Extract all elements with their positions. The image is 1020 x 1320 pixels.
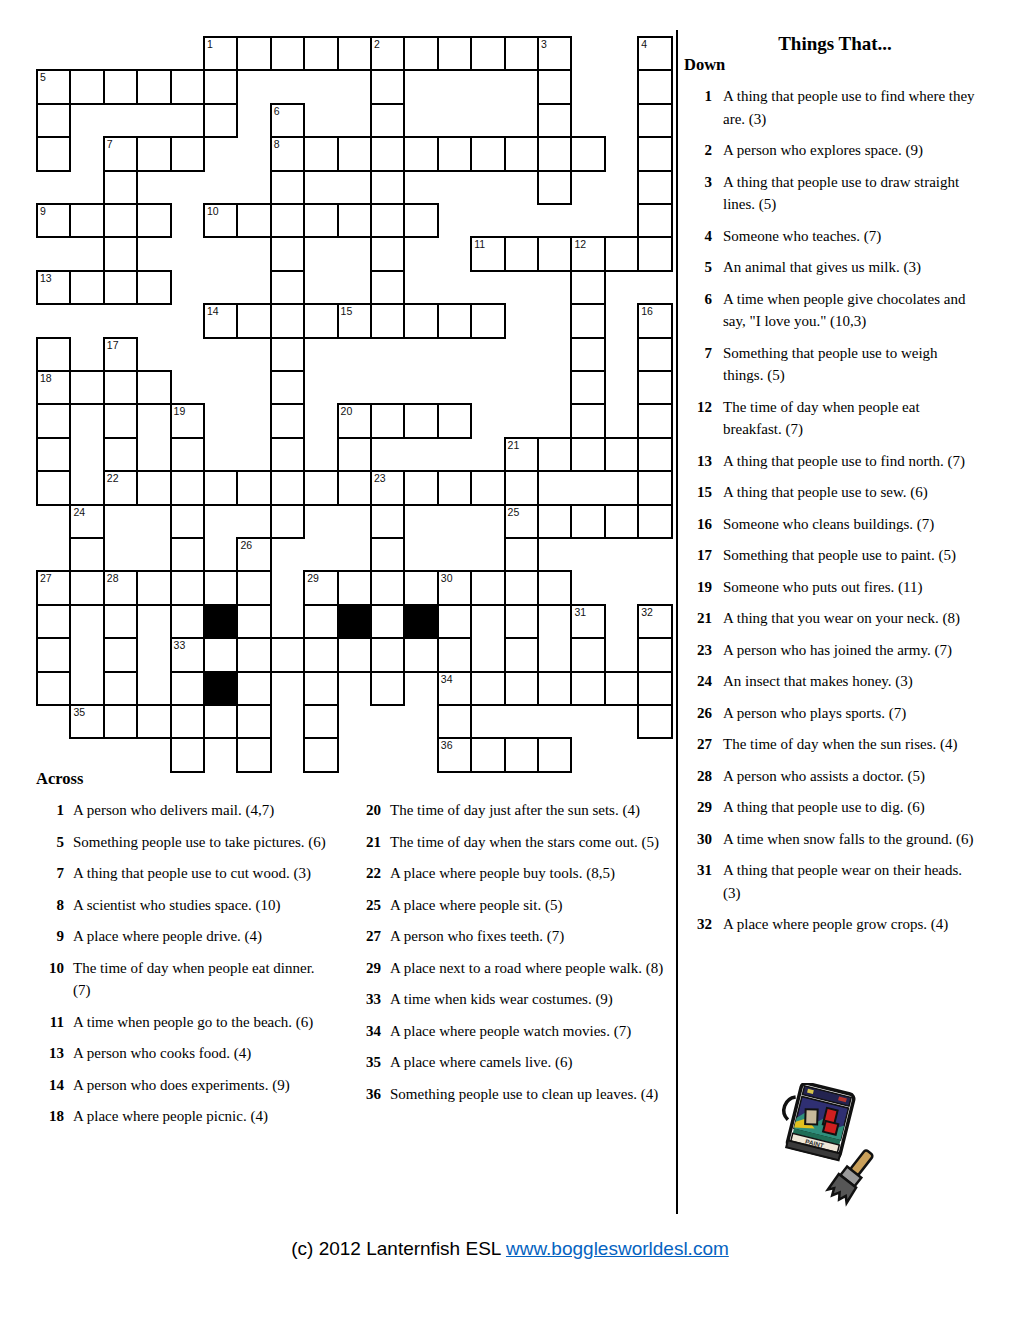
- grid-cell[interactable]: [637, 704, 672, 739]
- grid-cell[interactable]: [370, 504, 405, 539]
- grid-cell[interactable]: [637, 437, 672, 472]
- grid-cell[interactable]: [303, 671, 338, 706]
- cell-number: 33: [174, 639, 186, 651]
- grid-cell[interactable]: [604, 671, 639, 706]
- grid-cell[interactable]: 25: [504, 504, 539, 539]
- grid-cell[interactable]: 16: [637, 303, 672, 338]
- down-clue-item: 17Something that people use to paint. (5…: [680, 544, 990, 567]
- grid-cell[interactable]: [537, 170, 572, 205]
- grid-cell[interactable]: [270, 203, 305, 238]
- grid-cell[interactable]: [270, 270, 305, 305]
- grid-cell[interactable]: [170, 537, 205, 572]
- grid-cell[interactable]: [270, 303, 305, 338]
- grid-cell[interactable]: 8: [270, 136, 305, 171]
- clue-number: 8: [34, 894, 64, 917]
- grid-cell[interactable]: [270, 36, 305, 71]
- grid-cell[interactable]: [604, 504, 639, 539]
- grid-cell[interactable]: 14: [203, 303, 238, 338]
- grid-cell[interactable]: [337, 437, 372, 472]
- cell-number: 25: [508, 506, 520, 518]
- down-clue-item: 15A thing that people use to sew. (6): [680, 481, 990, 504]
- clue-number: 13: [34, 1042, 64, 1065]
- grid-cell[interactable]: [337, 470, 372, 505]
- grid-cell[interactable]: [203, 637, 238, 672]
- grid-cell[interactable]: 35: [69, 704, 104, 739]
- clue-number: 30: [680, 828, 712, 851]
- grid-cell[interactable]: [370, 203, 405, 238]
- grid-cell[interactable]: [36, 403, 71, 438]
- grid-cell[interactable]: [370, 303, 405, 338]
- across-clue-item: 29A place next to a road where people wa…: [353, 957, 675, 980]
- grid-cell[interactable]: [236, 737, 271, 772]
- clue-text: The time of day when the sun rises. (4): [723, 733, 958, 756]
- clue-number: 36: [353, 1083, 381, 1106]
- grid-cell[interactable]: [36, 604, 71, 639]
- down-clue-item: 21A thing that you wear on your neck. (8…: [680, 607, 990, 630]
- grid-cell[interactable]: [236, 637, 271, 672]
- grid-cell[interactable]: [637, 136, 672, 171]
- clue-number: 25: [353, 894, 381, 917]
- grid-cell[interactable]: [570, 337, 605, 372]
- grid-cell[interactable]: [270, 403, 305, 438]
- clue-number: 21: [353, 831, 381, 854]
- clue-text: Something people use to clean up leaves.…: [390, 1083, 658, 1106]
- across-clue-column-1: 1A person who delivers mail. (4,7)5Somet…: [34, 799, 334, 1137]
- grid-cell[interactable]: [403, 570, 438, 605]
- grid-cell[interactable]: [103, 203, 138, 238]
- grid-cell[interactable]: 2: [370, 36, 405, 71]
- clue-text: A thing that people use to find where th…: [723, 85, 981, 130]
- grid-cell[interactable]: [236, 470, 271, 505]
- grid-cell[interactable]: [570, 303, 605, 338]
- grid-cell[interactable]: [637, 337, 672, 372]
- clue-text: Something that people use to weigh thing…: [723, 342, 981, 387]
- grid-cell[interactable]: [170, 570, 205, 605]
- grid-cell[interactable]: [203, 69, 238, 104]
- cell-number: 17: [107, 339, 119, 351]
- clue-number: 10: [34, 957, 64, 1002]
- grid-cell[interactable]: 29: [303, 570, 338, 605]
- grid-cell[interactable]: [170, 437, 205, 472]
- grid-cell[interactable]: [103, 403, 138, 438]
- clue-text: A place where people sit. (5): [390, 894, 562, 917]
- grid-cell[interactable]: 5: [36, 69, 71, 104]
- grid-cell[interactable]: [370, 69, 405, 104]
- clue-text: A time when snow falls to the ground. (6…: [723, 828, 973, 851]
- across-clue-item: 22A place where people buy tools. (8,5): [353, 862, 675, 885]
- grid-cell[interactable]: [136, 370, 171, 405]
- grid-cell[interactable]: 9: [36, 203, 71, 238]
- down-clue-item: 13A thing that people use to find north.…: [680, 450, 990, 473]
- grid-cell[interactable]: [337, 570, 372, 605]
- grid-cell[interactable]: [303, 737, 338, 772]
- grid-cell[interactable]: 34: [437, 671, 472, 706]
- grid-cell[interactable]: [504, 570, 539, 605]
- grid-cell[interactable]: 31: [570, 604, 605, 639]
- clue-number: 7: [34, 862, 64, 885]
- grid-cell[interactable]: [36, 637, 71, 672]
- grid-cell[interactable]: [236, 570, 271, 605]
- grid-cell[interactable]: [470, 737, 505, 772]
- cell-number: 6: [274, 105, 280, 117]
- grid-cell[interactable]: [637, 103, 672, 138]
- grid-cell[interactable]: 33: [170, 637, 205, 672]
- grid-cell[interactable]: [236, 604, 271, 639]
- grid-cell[interactable]: [504, 671, 539, 706]
- cell-number: 4: [641, 38, 647, 50]
- grid-cell[interactable]: [537, 570, 572, 605]
- grid-cell[interactable]: [136, 570, 171, 605]
- cell-number: 34: [441, 673, 453, 685]
- grid-cell[interactable]: [36, 136, 71, 171]
- grid-cell[interactable]: [570, 437, 605, 472]
- grid-cell[interactable]: [69, 203, 104, 238]
- grid-cell[interactable]: 11: [470, 236, 505, 271]
- grid-cell[interactable]: [537, 236, 572, 271]
- down-clue-item: 5An animal that gives us milk. (3): [680, 256, 990, 279]
- grid-cell[interactable]: [303, 604, 338, 639]
- grid-cell[interactable]: [504, 470, 539, 505]
- grid-cell[interactable]: [370, 570, 405, 605]
- clue-text: A thing that people wear on their heads.…: [723, 859, 981, 904]
- grid-cell[interactable]: [236, 704, 271, 739]
- grid-cell[interactable]: [303, 36, 338, 71]
- grid-cell[interactable]: [170, 69, 205, 104]
- clue-text: A person who assists a doctor. (5): [723, 765, 925, 788]
- down-clue-item: 19Someone who puts out fires. (11): [680, 576, 990, 599]
- grid-cell[interactable]: [337, 203, 372, 238]
- grid-cell[interactable]: [403, 403, 438, 438]
- grid-cell[interactable]: [270, 337, 305, 372]
- grid-cell[interactable]: 13: [36, 270, 71, 305]
- grid-cell[interactable]: 12: [570, 236, 605, 271]
- grid-cell[interactable]: [337, 36, 372, 71]
- grid-cell[interactable]: [136, 136, 171, 171]
- down-clue-item: 12The time of day when people eat breakf…: [680, 396, 990, 441]
- grid-cell[interactable]: [103, 236, 138, 271]
- across-clue-item: 14A person who does experiments. (9): [34, 1074, 334, 1097]
- grid-cell[interactable]: [437, 470, 472, 505]
- cell-number: 32: [641, 606, 653, 618]
- grid-cell[interactable]: [270, 370, 305, 405]
- across-clue-item: 18A place where people picnic. (4): [34, 1105, 334, 1128]
- grid-cell[interactable]: [103, 69, 138, 104]
- grid-cell[interactable]: [470, 470, 505, 505]
- grid-cell[interactable]: [370, 270, 405, 305]
- website-link[interactable]: www.bogglesworldesl.com: [506, 1238, 729, 1259]
- down-clue-list: 1A thing that people use to find where t…: [680, 85, 990, 945]
- grid-cell[interactable]: [203, 570, 238, 605]
- grid-cell[interactable]: [403, 303, 438, 338]
- clue-text: Something that people use to paint. (5): [723, 544, 956, 567]
- clue-text: A place where people watch movies. (7): [390, 1020, 631, 1043]
- grid-cell[interactable]: [170, 604, 205, 639]
- grid-cell[interactable]: [69, 570, 104, 605]
- grid-cell[interactable]: [103, 637, 138, 672]
- grid-cell[interactable]: [69, 537, 104, 572]
- grid-cell[interactable]: [170, 470, 205, 505]
- grid-cell[interactable]: 20: [337, 403, 372, 438]
- grid-cell[interactable]: [270, 170, 305, 205]
- grid-cell[interactable]: 21: [504, 437, 539, 472]
- grid-cell[interactable]: [370, 403, 405, 438]
- clue-number: 1: [34, 799, 64, 822]
- grid-cell[interactable]: [303, 203, 338, 238]
- grid-cell[interactable]: [403, 36, 438, 71]
- grid-cell[interactable]: [103, 671, 138, 706]
- clue-text: An animal that gives us milk. (3): [723, 256, 921, 279]
- grid-cell[interactable]: 17: [103, 337, 138, 372]
- clue-number: 29: [680, 796, 712, 819]
- grid-cell[interactable]: [370, 537, 405, 572]
- clue-text: The time of day when people eat dinner. …: [73, 957, 329, 1002]
- clue-number: 3: [680, 171, 712, 216]
- grid-cell[interactable]: [537, 437, 572, 472]
- grid-cell[interactable]: [103, 370, 138, 405]
- clue-text: A person who does experiments. (9): [73, 1074, 290, 1097]
- clue-number: 23: [680, 639, 712, 662]
- grid-cell[interactable]: [637, 671, 672, 706]
- grid-cell[interactable]: [570, 637, 605, 672]
- grid-cell[interactable]: [570, 270, 605, 305]
- grid-cell[interactable]: 7: [103, 136, 138, 171]
- clue-number: 32: [680, 913, 712, 936]
- grid-cell[interactable]: [36, 103, 71, 138]
- grid-cell[interactable]: [203, 470, 238, 505]
- grid-cell[interactable]: [170, 704, 205, 739]
- grid-cell[interactable]: [437, 36, 472, 71]
- grid-cell[interactable]: [370, 103, 405, 138]
- cell-number: 15: [341, 305, 353, 317]
- grid-cell[interactable]: [637, 637, 672, 672]
- clue-text: A thing that people use to find north. (…: [723, 450, 965, 473]
- grid-cell[interactable]: [370, 637, 405, 672]
- grid-cell[interactable]: [236, 203, 271, 238]
- grid-cell[interactable]: [370, 136, 405, 171]
- grid-cell[interactable]: [136, 203, 171, 238]
- grid-cell[interactable]: [604, 236, 639, 271]
- grid-cell[interactable]: 26: [236, 537, 271, 572]
- grid-cell[interactable]: [504, 36, 539, 71]
- clue-text: A thing that people use to dig. (6): [723, 796, 925, 819]
- across-clue-item: 21The time of day when the stars come ou…: [353, 831, 675, 854]
- black-cell: [337, 604, 372, 639]
- grid-cell[interactable]: [470, 303, 505, 338]
- grid-cell[interactable]: [36, 671, 71, 706]
- clue-text: A person who has joined the army. (7): [723, 639, 952, 662]
- grid-cell[interactable]: [504, 737, 539, 772]
- grid-cell[interactable]: [203, 704, 238, 739]
- down-clue-item: 6A time when people give chocolates and …: [680, 288, 990, 333]
- down-clue-item: 30A time when snow falls to the ground. …: [680, 828, 990, 851]
- grid-cell[interactable]: [103, 604, 138, 639]
- grid-cell[interactable]: 24: [69, 504, 104, 539]
- grid-cell[interactable]: [437, 637, 472, 672]
- grid-cell[interactable]: [270, 470, 305, 505]
- grid-cell[interactable]: [403, 470, 438, 505]
- grid-cell[interactable]: 23: [370, 470, 405, 505]
- grid-cell[interactable]: [537, 69, 572, 104]
- grid-cell[interactable]: [637, 504, 672, 539]
- grid-cell[interactable]: [103, 170, 138, 205]
- grid-cell[interactable]: [637, 203, 672, 238]
- grid-cell[interactable]: 15: [337, 303, 372, 338]
- clue-text: A person who fixes teeth. (7): [390, 925, 564, 948]
- down-clue-item: 29A thing that people use to dig. (6): [680, 796, 990, 819]
- across-heading: Across: [36, 769, 83, 789]
- grid-cell[interactable]: [570, 403, 605, 438]
- grid-cell[interactable]: [637, 470, 672, 505]
- grid-cell[interactable]: [470, 671, 505, 706]
- grid-cell[interactable]: [504, 604, 539, 639]
- black-cell: [203, 604, 238, 639]
- grid-cell[interactable]: [36, 470, 71, 505]
- grid-cell[interactable]: [437, 403, 472, 438]
- grid-cell[interactable]: 30: [437, 570, 472, 605]
- down-clue-item: 24An insect that makes honey. (3): [680, 670, 990, 693]
- across-clue-item: 13A person who cooks food. (4): [34, 1042, 334, 1065]
- grid-cell[interactable]: [604, 437, 639, 472]
- grid-cell[interactable]: 32: [637, 604, 672, 639]
- grid-cell[interactable]: [403, 136, 438, 171]
- grid-cell[interactable]: [303, 704, 338, 739]
- grid-cell[interactable]: [136, 69, 171, 104]
- grid-cell[interactable]: [570, 671, 605, 706]
- grid-cell[interactable]: [270, 236, 305, 271]
- grid-cell[interactable]: [370, 604, 405, 639]
- grid-cell[interactable]: [337, 136, 372, 171]
- cell-number: 3: [541, 38, 547, 50]
- grid-cell[interactable]: [69, 69, 104, 104]
- grid-cell[interactable]: [437, 136, 472, 171]
- cell-number: 21: [508, 439, 520, 451]
- grid-cell[interactable]: [203, 103, 238, 138]
- grid-cell[interactable]: [537, 671, 572, 706]
- grid-cell[interactable]: [103, 704, 138, 739]
- grid-cell[interactable]: [437, 303, 472, 338]
- clue-number: 4: [680, 225, 712, 248]
- grid-cell[interactable]: 3: [537, 36, 572, 71]
- grid-cell[interactable]: 6: [270, 103, 305, 138]
- grid-cell[interactable]: [537, 136, 572, 171]
- cell-number: 27: [40, 572, 52, 584]
- grid-cell[interactable]: 28: [103, 570, 138, 605]
- clue-text: A person who plays sports. (7): [723, 702, 906, 725]
- grid-cell[interactable]: [370, 170, 405, 205]
- clue-number: 5: [680, 256, 712, 279]
- grid-cell[interactable]: 22: [103, 470, 138, 505]
- grid-cell[interactable]: [370, 236, 405, 271]
- grid-cell[interactable]: [370, 671, 405, 706]
- cell-number: 20: [341, 405, 353, 417]
- across-clue-item: 9A place where people drive. (4): [34, 925, 334, 948]
- grid-cell[interactable]: [270, 437, 305, 472]
- grid-cell[interactable]: [69, 370, 104, 405]
- grid-cell[interactable]: [470, 36, 505, 71]
- grid-cell[interactable]: [270, 504, 305, 539]
- grid-cell[interactable]: [504, 236, 539, 271]
- grid-cell[interactable]: [36, 337, 71, 372]
- clue-text: A person who explores space. (9): [723, 139, 923, 162]
- down-clue-item: 32A place where people grow crops. (4): [680, 913, 990, 936]
- grid-cell[interactable]: 18: [36, 370, 71, 405]
- grid-cell[interactable]: [637, 236, 672, 271]
- grid-cell[interactable]: [637, 403, 672, 438]
- grid-cell[interactable]: [570, 370, 605, 405]
- grid-cell[interactable]: [303, 470, 338, 505]
- cell-number: 35: [73, 706, 85, 718]
- grid-cell[interactable]: [236, 671, 271, 706]
- clue-text: A time when kids wear costumes. (9): [390, 988, 613, 1011]
- cell-number: 9: [40, 205, 46, 217]
- grid-cell[interactable]: 4: [637, 36, 672, 71]
- grid-cell[interactable]: [170, 504, 205, 539]
- grid-cell[interactable]: [637, 69, 672, 104]
- grid-cell[interactable]: [437, 704, 472, 739]
- grid-cell[interactable]: [303, 637, 338, 672]
- grid-cell[interactable]: [504, 637, 539, 672]
- grid-cell[interactable]: [537, 504, 572, 539]
- grid-cell[interactable]: [504, 136, 539, 171]
- grid-cell[interactable]: [103, 270, 138, 305]
- grid-cell[interactable]: [537, 737, 572, 772]
- clue-text: Something people use to take pictures. (…: [73, 831, 326, 854]
- grid-cell[interactable]: [36, 437, 71, 472]
- clue-number: 19: [680, 576, 712, 599]
- grid-cell[interactable]: [403, 203, 438, 238]
- copyright-text: (c) 2012 Lanternfish ESL: [291, 1238, 506, 1259]
- grid-cell[interactable]: [236, 36, 271, 71]
- clue-number: 33: [353, 988, 381, 1011]
- grid-cell[interactable]: [504, 537, 539, 572]
- grid-cell[interactable]: [136, 704, 171, 739]
- grid-cell[interactable]: [403, 637, 438, 672]
- grid-cell[interactable]: [103, 437, 138, 472]
- grid-cell[interactable]: [570, 136, 605, 171]
- clue-number: 18: [34, 1105, 64, 1128]
- grid-cell[interactable]: [470, 136, 505, 171]
- grid-cell[interactable]: 1: [203, 36, 238, 71]
- grid-cell[interactable]: [236, 303, 271, 338]
- grid-cell[interactable]: [303, 136, 338, 171]
- grid-cell[interactable]: 10: [203, 203, 238, 238]
- grid-cell[interactable]: [170, 136, 205, 171]
- grid-cell[interactable]: 36: [437, 737, 472, 772]
- grid-cell[interactable]: [170, 671, 205, 706]
- column-divider-line: [676, 30, 678, 1214]
- grid-cell[interactable]: [270, 637, 305, 672]
- grid-cell[interactable]: [437, 604, 472, 639]
- clue-text: The time of day when the stars come out.…: [390, 831, 659, 854]
- grid-cell[interactable]: [537, 103, 572, 138]
- grid-cell[interactable]: [136, 270, 171, 305]
- grid-cell[interactable]: [69, 270, 104, 305]
- grid-cell[interactable]: [170, 737, 205, 772]
- across-clue-item: 25A place where people sit. (5): [353, 894, 675, 917]
- grid-cell[interactable]: [136, 470, 171, 505]
- across-clue-item: 10The time of day when people eat dinner…: [34, 957, 334, 1002]
- grid-cell[interactable]: [570, 504, 605, 539]
- clue-text: A place where camels live. (6): [390, 1051, 572, 1074]
- grid-cell[interactable]: [337, 637, 372, 672]
- grid-cell[interactable]: [637, 370, 672, 405]
- grid-cell[interactable]: [470, 570, 505, 605]
- grid-cell[interactable]: [303, 303, 338, 338]
- grid-cell[interactable]: 19: [170, 403, 205, 438]
- cell-number: 19: [174, 405, 186, 417]
- grid-cell[interactable]: 27: [36, 570, 71, 605]
- grid-cell[interactable]: [637, 170, 672, 205]
